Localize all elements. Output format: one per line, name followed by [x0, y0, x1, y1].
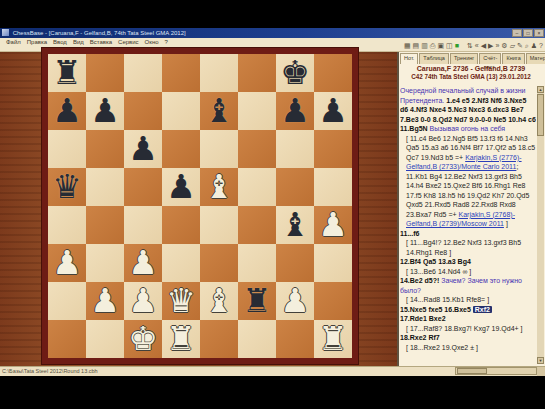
- menu-item-Сервис[interactable]: Сервис: [118, 38, 139, 47]
- square-h6[interactable]: [314, 130, 352, 168]
- square-f6[interactable]: [238, 130, 276, 168]
- scrollbar-corner: [537, 367, 545, 376]
- square-d5[interactable]: ♟: [162, 168, 200, 206]
- notation-paragraph: 18.Rxe2 Rf7: [400, 333, 536, 343]
- square-b7[interactable]: ♟: [86, 92, 124, 130]
- move-text[interactable]: 11...f6: [400, 230, 419, 237]
- variation-text[interactable]: [ 11...Bg4!? 12.Be2 Nxf3 13.gxf3 Bh5 14.…: [406, 239, 521, 256]
- move-text[interactable]: 14.Be2 d5?!: [400, 277, 441, 284]
- notation-paragraph: [ 11...Bg4!? 12.Be2 Nxf3 13.gxf3 Bh5 14.…: [400, 238, 536, 257]
- square-a8[interactable]: ♜: [48, 54, 86, 92]
- window-buttons: – □ ×: [512, 29, 544, 37]
- variation-text[interactable]: [ 17...Raf8? 18.Bxg7! Kxg7 19.Qd4+ ]: [406, 325, 523, 332]
- flip-board-icon[interactable]: ⇅: [467, 41, 473, 50]
- status-text: C:\Базы\Tata Steel 2012\Round 13.cbh: [2, 368, 98, 374]
- square-g1[interactable]: [276, 320, 314, 358]
- notation-paragraph: 11...f6: [400, 229, 536, 239]
- menu-item-Правка[interactable]: Правка: [27, 38, 47, 47]
- square-c3[interactable]: ♟: [124, 244, 162, 282]
- square-c6[interactable]: ♟: [124, 130, 162, 168]
- title-bar[interactable]: ChessBase - [Caruana,F - Gelfand,B, 74th…: [0, 28, 545, 38]
- new-board-icon[interactable]: ▦: [404, 41, 411, 50]
- white-pawn-h4[interactable]: ♟: [314, 206, 352, 244]
- annotation-text: Вызывая огонь на себя: [430, 125, 506, 132]
- square-f5[interactable]: [238, 168, 276, 206]
- move-back-icon[interactable]: ◀: [481, 41, 486, 50]
- tab-Книга[interactable]: Книга: [502, 53, 524, 64]
- square-a1[interactable]: [48, 320, 86, 358]
- print-icon[interactable]: ⎙: [430, 41, 436, 50]
- save-icon[interactable]: ▥: [421, 41, 428, 50]
- square-c5[interactable]: [124, 168, 162, 206]
- event-header: C42 74th Tata Steel GMA (13) 29.01.2012: [399, 73, 543, 81]
- square-e7[interactable]: ♝: [200, 92, 238, 130]
- variation-text[interactable]: [ 13...Be6 14.Nd4 ∞ ]: [406, 268, 471, 275]
- square-c1[interactable]: ♚: [124, 320, 162, 358]
- square-g2[interactable]: ♟: [276, 282, 314, 320]
- black-pawn-g7[interactable]: ♟: [276, 92, 314, 130]
- square-e5[interactable]: ♝: [200, 168, 238, 206]
- square-g7[interactable]: ♟: [276, 92, 314, 130]
- black-pawn-d5[interactable]: ♟: [162, 168, 200, 206]
- square-f1[interactable]: [238, 320, 276, 358]
- square-b2[interactable]: ♟: [86, 282, 124, 320]
- square-e2[interactable]: ♝: [200, 282, 238, 320]
- notation-paragraph: 15.Nxe5 fxe5 16.Bxe5 Rxf2: [400, 305, 536, 315]
- square-g5[interactable]: [276, 168, 314, 206]
- search-icon[interactable]: ⌕: [525, 41, 529, 50]
- scrollbar-thumb[interactable]: [537, 94, 544, 136]
- white-pawn-g2[interactable]: ♟: [276, 282, 314, 320]
- move-text[interactable]: 18.Rxe2 Rf7: [400, 334, 440, 341]
- square-d6[interactable]: [162, 130, 200, 168]
- square-g8[interactable]: ♚: [276, 54, 314, 92]
- white-bishop-e5[interactable]: ♝: [200, 168, 238, 206]
- notation-paragraph: Очередной печальный случай в жизни Прете…: [400, 86, 536, 134]
- square-c4[interactable]: [124, 206, 162, 244]
- horizontal-scrollbar-thumb[interactable]: [457, 368, 487, 374]
- notation-scrollbar[interactable]: ▲ ▼: [537, 86, 544, 364]
- black-bishop-e7[interactable]: ♝: [200, 92, 238, 130]
- players-header: Caruana,F 2736 - Gelfand,B 2739: [399, 64, 543, 73]
- square-h1[interactable]: ♜: [314, 320, 352, 358]
- square-f4[interactable]: [238, 206, 276, 244]
- app-icon: [2, 29, 9, 36]
- white-bishop-e2[interactable]: ♝: [200, 282, 238, 320]
- tab-Счтлист[interactable]: Счёт-лист: [479, 53, 501, 64]
- notation-paragraph: 17.Rde1 Bxe2: [400, 314, 536, 324]
- square-c8[interactable]: [124, 54, 162, 92]
- variation-text[interactable]: ; 11.Kb1 Bg4 12.Be2 Nxf3 13.gxf3 Bh5 14.…: [406, 163, 529, 218]
- black-pawn-a7[interactable]: ♟: [48, 92, 86, 130]
- notation-paragraph: [ 11.c4 Be6 12.Ng5 Bf5 13.f3 f6 14.Nh3 Q…: [400, 134, 536, 229]
- variation-text[interactable]: ]: [504, 220, 508, 227]
- minimize-button[interactable]: –: [512, 29, 522, 37]
- square-c7[interactable]: [124, 92, 162, 130]
- maximize-button[interactable]: □: [523, 29, 533, 37]
- square-d2[interactable]: ♛: [162, 282, 200, 320]
- move-text[interactable]: 12.Bf4 Qa5 13.a3 Bg4: [400, 258, 471, 265]
- menu-item-Вид[interactable]: Вид: [73, 38, 84, 47]
- square-h7[interactable]: ♟: [314, 92, 352, 130]
- variation-text[interactable]: [ 14...Rad8 15.Kb1 Rfe8= ]: [406, 296, 489, 303]
- square-g4[interactable]: ♝: [276, 206, 314, 244]
- square-b6[interactable]: [86, 130, 124, 168]
- tab-Материал[interactable]: Материал: [526, 53, 545, 64]
- notation-paragraph: 12.Bf4 Qa5 13.a3 Bg4: [400, 257, 536, 267]
- square-g3[interactable]: [276, 244, 314, 282]
- square-e8[interactable]: [200, 54, 238, 92]
- notation-paragraph: [ 14...Rad8 15.Kb1 Rfe8= ]: [400, 295, 536, 305]
- square-a2[interactable]: [48, 282, 86, 320]
- notation-paragraph: [ 18...Rxe2 19.Qxe2 ± ]: [400, 343, 536, 353]
- white-queen-d2[interactable]: ♛: [162, 282, 200, 320]
- tab-Таблица[interactable]: Таблица: [419, 53, 449, 64]
- square-b1[interactable]: [86, 320, 124, 358]
- white-king-c1[interactable]: ♚: [124, 320, 162, 358]
- window-title: ChessBase - [Caruana,F - Gelfand,B, 74th…: [13, 30, 186, 36]
- white-rook-d1[interactable]: ♜: [162, 320, 200, 358]
- menu-item-Окно[interactable]: Окно: [145, 38, 159, 47]
- tab-Нот[interactable]: Нот.: [400, 53, 418, 64]
- current-move[interactable]: Rxf2: [473, 306, 492, 313]
- square-h3[interactable]: [314, 244, 352, 282]
- training-icon[interactable]: ♟: [531, 41, 537, 50]
- square-f2[interactable]: ♜: [238, 282, 276, 320]
- engine-icon[interactable]: ⚙: [501, 41, 507, 50]
- white-pawn-a3[interactable]: ♟: [48, 244, 86, 282]
- screenshot-root: { "game": "chess", "position": { "fen": …: [0, 0, 545, 409]
- square-f3[interactable]: [238, 244, 276, 282]
- move-text[interactable]: 15.Nxe5 fxe5 16.Bxe5: [400, 306, 473, 313]
- square-h5[interactable]: [314, 168, 352, 206]
- black-rook-f2[interactable]: ♜: [238, 282, 276, 320]
- square-f8[interactable]: [238, 54, 276, 92]
- square-h2[interactable]: [314, 282, 352, 320]
- menu-item-Вставка[interactable]: Вставка: [90, 38, 112, 47]
- annotate-icon[interactable]: ✎: [517, 41, 523, 50]
- white-pawn-c2[interactable]: ♟: [124, 282, 162, 320]
- scroll-up-icon[interactable]: ▲: [537, 86, 544, 93]
- square-e6[interactable]: [200, 130, 238, 168]
- menu-item-Ввод[interactable]: Ввод: [53, 38, 67, 47]
- square-a7[interactable]: ♟: [48, 92, 86, 130]
- black-pawn-b7[interactable]: ♟: [86, 92, 124, 130]
- paste-icon[interactable]: ◫: [446, 41, 453, 50]
- square-b3[interactable]: [86, 244, 124, 282]
- help-icon[interactable]: ?: [539, 41, 543, 50]
- book-icon[interactable]: ▱: [510, 41, 515, 50]
- black-queen-a5[interactable]: ♛: [48, 168, 86, 206]
- move-forward-icon[interactable]: ▶: [488, 41, 493, 50]
- square-d8[interactable]: [162, 54, 200, 92]
- notation-paragraph: 14.Be2 d5?! Зачем? Зачем это нужно было?: [400, 276, 536, 295]
- chess-board[interactable]: ♜♚♟♟♝♟♟♟♛♟♝♝♟♟♟♟♟♛♝♜♟♚♜♜: [48, 54, 352, 358]
- square-h4[interactable]: ♟: [314, 206, 352, 244]
- square-g6[interactable]: [276, 130, 314, 168]
- menu-item-?[interactable]: ?: [165, 38, 168, 47]
- notation-text: Очередной печальный случай в жизни Прете…: [400, 86, 536, 364]
- square-d4[interactable]: [162, 206, 200, 244]
- variation-text[interactable]: [ 18...Rxe2 19.Qxe2 ± ]: [406, 344, 478, 351]
- black-pawn-h7[interactable]: ♟: [314, 92, 352, 130]
- square-e4[interactable]: [200, 206, 238, 244]
- white-rook-h1[interactable]: ♜: [314, 320, 352, 358]
- menu-item-Файл[interactable]: Файл: [6, 38, 21, 47]
- square-e3[interactable]: [200, 244, 238, 282]
- fast-forward-icon[interactable]: »: [495, 41, 499, 50]
- white-pawn-b2[interactable]: ♟: [86, 282, 124, 320]
- record-icon[interactable]: ■: [455, 41, 459, 50]
- black-pawn-c6[interactable]: ♟: [124, 130, 162, 168]
- square-c2[interactable]: ♟: [124, 282, 162, 320]
- fast-back-icon[interactable]: «: [475, 41, 479, 50]
- square-a3[interactable]: ♟: [48, 244, 86, 282]
- open-database-icon[interactable]: ▤: [413, 41, 420, 50]
- black-rook-a8[interactable]: ♜: [48, 54, 86, 92]
- square-h8[interactable]: [314, 54, 352, 92]
- copy-icon[interactable]: ▣: [437, 41, 444, 50]
- move-text[interactable]: 17.Rde1 Bxe2: [400, 315, 446, 322]
- toolbar: ▦▤▥⎙▣◫■⇅«◀▶»⚙▱✎⌕♟?: [404, 38, 543, 52]
- black-bishop-g4[interactable]: ♝: [276, 206, 314, 244]
- square-f7[interactable]: [238, 92, 276, 130]
- notation-paragraph: [ 17...Raf8? 18.Bxg7! Kxg7 19.Qd4+ ]: [400, 324, 536, 334]
- square-e1[interactable]: [200, 320, 238, 358]
- square-b4[interactable]: [86, 206, 124, 244]
- notation-paragraph: [ 13...Be6 14.Nd4 ∞ ]: [400, 267, 536, 277]
- tab-Тренинг[interactable]: Тренинг: [450, 53, 478, 64]
- tab-strip: Нот.ТаблицаТренингСчёт-листКнигаМатериал: [400, 53, 545, 64]
- square-a4[interactable]: [48, 206, 86, 244]
- black-king-g8[interactable]: ♚: [276, 54, 314, 92]
- square-d3[interactable]: [162, 244, 200, 282]
- square-a5[interactable]: ♛: [48, 168, 86, 206]
- close-button[interactable]: ×: [534, 29, 544, 37]
- square-d1[interactable]: ♜: [162, 320, 200, 358]
- scroll-down-icon[interactable]: ▼: [537, 357, 544, 364]
- game-header: Caruana,F 2736 - Gelfand,B 2739 C42 74th…: [399, 64, 543, 81]
- square-d7[interactable]: [162, 92, 200, 130]
- white-pawn-c3[interactable]: ♟: [124, 244, 162, 282]
- square-a6[interactable]: [48, 130, 86, 168]
- square-b8[interactable]: [86, 54, 124, 92]
- square-b5[interactable]: [86, 168, 124, 206]
